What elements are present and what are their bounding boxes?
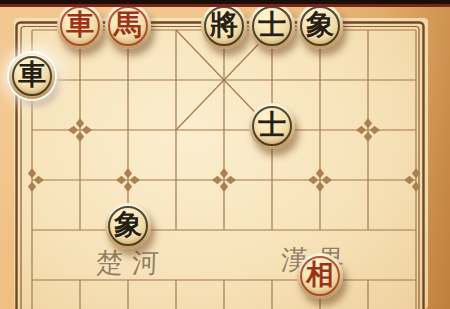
piece-black-elephant-2[interactable]: 象 [105, 203, 151, 249]
piece-red-elephant[interactable]: 相 [297, 253, 343, 299]
piece-black-elephant-1[interactable]: 象 [297, 3, 343, 49]
piece-black-advisor-1[interactable]: 士 [249, 3, 295, 49]
piece-glyph: 車 [18, 61, 46, 89]
top-edge-bar [0, 0, 450, 7]
piece-glyph: 車 [66, 11, 94, 39]
piece-black-advisor-2[interactable]: 士 [249, 103, 295, 149]
piece-glyph: 將 [210, 11, 238, 39]
piece-red-horse[interactable]: 馬 [105, 3, 151, 49]
piece-glyph: 象 [114, 211, 142, 239]
piece-glyph: 馬 [114, 11, 142, 39]
piece-glyph: 士 [258, 111, 286, 139]
pieces-layer: 車馬將士象車士象相 [0, 0, 450, 309]
xiangqi-game-screen: 楚河 漢界 車馬將士象車士象相 [0, 0, 450, 309]
piece-black-general[interactable]: 將 [201, 3, 247, 49]
piece-glyph: 相 [306, 261, 334, 289]
piece-black-chariot[interactable]: 車 [9, 53, 55, 99]
piece-glyph: 象 [306, 11, 334, 39]
piece-glyph: 士 [258, 11, 286, 39]
piece-red-chariot[interactable]: 車 [57, 3, 103, 49]
